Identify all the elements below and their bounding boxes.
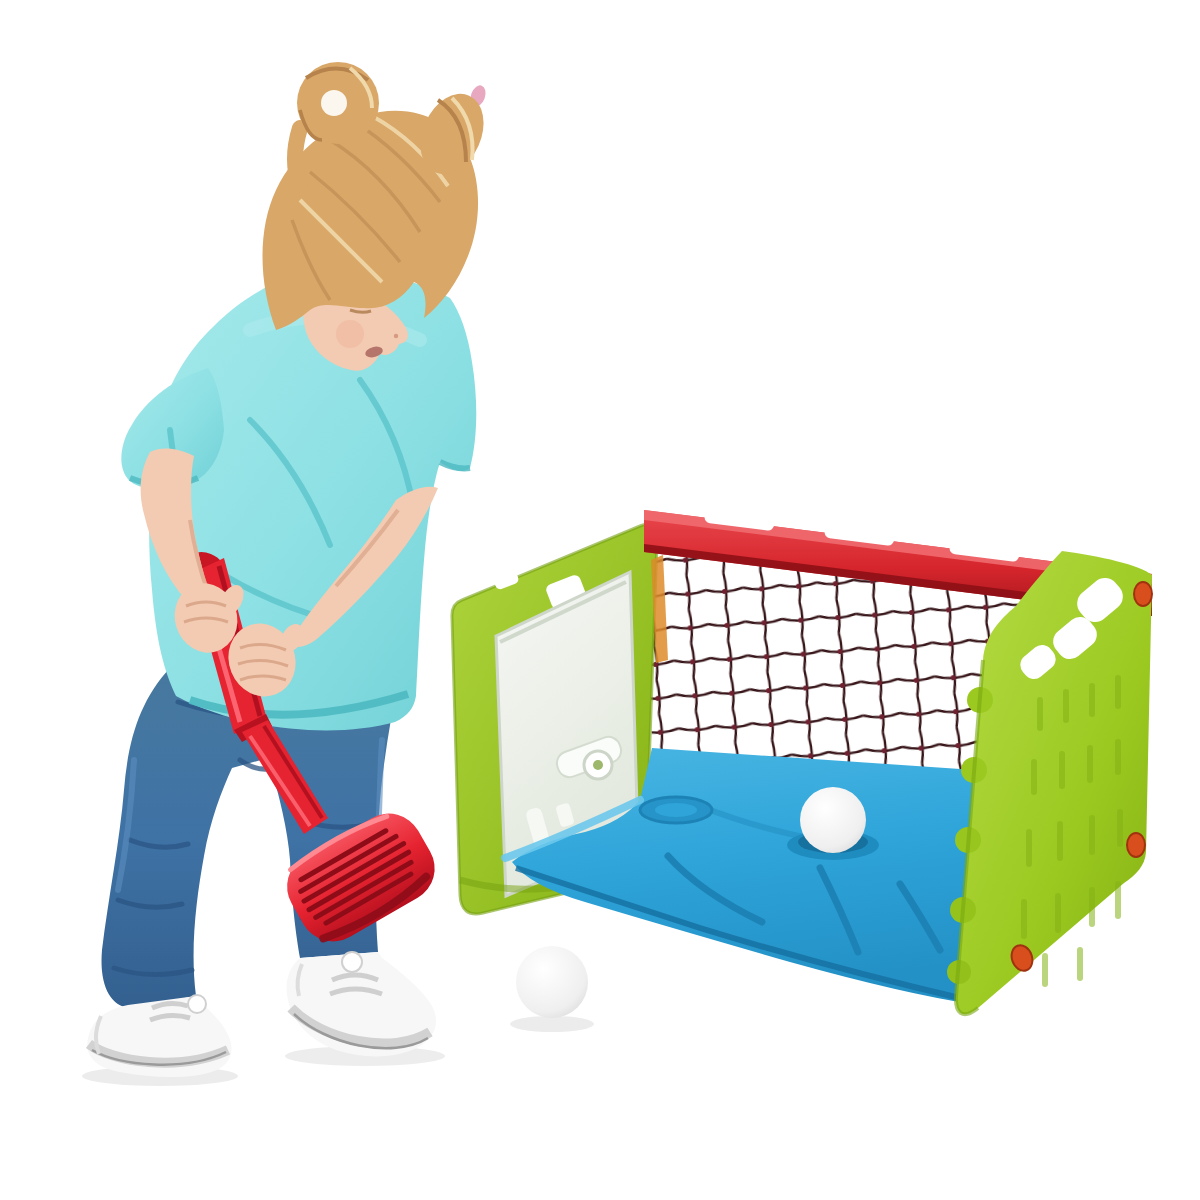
nostril [394, 334, 398, 338]
ball-near-girl [516, 946, 588, 1018]
photo-stage [0, 0, 1200, 1200]
ball-in-goal [800, 787, 866, 853]
cheek [336, 320, 364, 348]
scene-photo [0, 0, 1200, 1200]
ball-shadow [510, 1016, 594, 1032]
